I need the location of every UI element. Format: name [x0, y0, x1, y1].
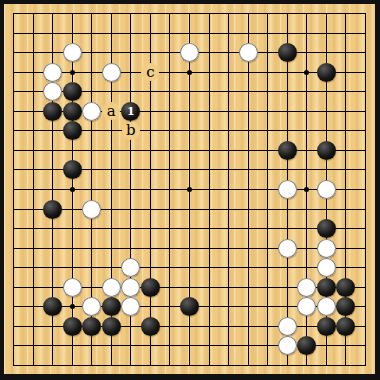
intersection[interactable] [199, 336, 219, 356]
intersection[interactable] [82, 62, 102, 82]
intersection[interactable] [278, 238, 298, 258]
intersection[interactable] [23, 297, 43, 317]
intersection[interactable] [356, 297, 375, 317]
intersection[interactable] [278, 317, 298, 337]
intersection[interactable] [43, 336, 63, 356]
intersection[interactable] [278, 141, 298, 161]
intersection[interactable] [317, 23, 337, 43]
intersection[interactable] [278, 356, 298, 374]
intersection[interactable] [160, 199, 180, 219]
intersection[interactable]: b [121, 121, 141, 141]
intersection[interactable] [23, 4, 43, 23]
intersection[interactable] [336, 356, 356, 374]
intersection[interactable] [141, 258, 161, 278]
intersection[interactable] [317, 4, 337, 23]
intersection[interactable] [141, 43, 161, 63]
intersection[interactable] [258, 278, 278, 298]
intersection[interactable] [219, 278, 239, 298]
intersection[interactable] [62, 121, 82, 141]
intersection[interactable] [23, 62, 43, 82]
intersection[interactable] [141, 356, 161, 374]
intersection[interactable] [238, 121, 258, 141]
intersection[interactable] [258, 356, 278, 374]
intersection[interactable] [121, 238, 141, 258]
intersection[interactable] [4, 4, 23, 23]
intersection[interactable] [4, 101, 23, 121]
intersection[interactable] [23, 141, 43, 161]
intersection[interactable] [62, 317, 82, 337]
intersection[interactable] [141, 219, 161, 239]
intersection[interactable] [23, 199, 43, 219]
intersection[interactable] [180, 82, 200, 102]
intersection[interactable] [219, 297, 239, 317]
intersection[interactable] [141, 121, 161, 141]
intersection[interactable] [219, 121, 239, 141]
intersection[interactable] [101, 141, 121, 161]
intersection[interactable] [278, 62, 298, 82]
intersection[interactable] [180, 238, 200, 258]
intersection[interactable] [356, 23, 375, 43]
intersection[interactable] [82, 82, 102, 102]
intersection[interactable] [121, 219, 141, 239]
intersection[interactable] [82, 121, 102, 141]
intersection[interactable] [199, 258, 219, 278]
intersection[interactable] [356, 238, 375, 258]
intersection[interactable] [82, 258, 102, 278]
intersection[interactable] [141, 82, 161, 102]
intersection[interactable] [62, 4, 82, 23]
intersection[interactable] [356, 219, 375, 239]
intersection[interactable] [297, 141, 317, 161]
intersection[interactable] [4, 238, 23, 258]
intersection[interactable] [62, 199, 82, 219]
intersection[interactable] [356, 317, 375, 337]
intersection[interactable] [160, 336, 180, 356]
intersection[interactable] [43, 62, 63, 82]
intersection[interactable] [82, 297, 102, 317]
intersection[interactable] [180, 121, 200, 141]
intersection[interactable] [356, 278, 375, 298]
intersection[interactable] [43, 317, 63, 337]
intersection[interactable] [101, 43, 121, 63]
intersection[interactable] [4, 199, 23, 219]
intersection[interactable] [101, 62, 121, 82]
intersection[interactable] [82, 180, 102, 200]
intersection[interactable] [43, 180, 63, 200]
intersection[interactable] [297, 258, 317, 278]
intersection[interactable] [297, 219, 317, 239]
intersection[interactable] [238, 4, 258, 23]
intersection[interactable] [4, 141, 23, 161]
intersection[interactable] [4, 160, 23, 180]
intersection[interactable] [4, 219, 23, 239]
intersection[interactable] [317, 101, 337, 121]
intersection[interactable] [23, 317, 43, 337]
intersection[interactable] [317, 62, 337, 82]
intersection[interactable] [101, 336, 121, 356]
intersection[interactable] [121, 82, 141, 102]
intersection[interactable] [317, 43, 337, 63]
intersection[interactable] [219, 82, 239, 102]
intersection[interactable] [238, 62, 258, 82]
intersection[interactable] [62, 356, 82, 374]
intersection[interactable] [23, 43, 43, 63]
intersection[interactable] [121, 297, 141, 317]
intersection[interactable] [199, 199, 219, 219]
intersection[interactable] [297, 180, 317, 200]
intersection[interactable] [356, 141, 375, 161]
intersection[interactable] [160, 82, 180, 102]
intersection[interactable] [238, 43, 258, 63]
intersection[interactable] [238, 356, 258, 374]
intersection[interactable] [180, 62, 200, 82]
intersection[interactable] [101, 278, 121, 298]
intersection[interactable] [336, 278, 356, 298]
intersection[interactable] [62, 160, 82, 180]
intersection[interactable]: 1 [121, 101, 141, 121]
intersection[interactable] [62, 219, 82, 239]
intersection[interactable] [160, 219, 180, 239]
intersection[interactable] [121, 278, 141, 298]
intersection[interactable] [317, 160, 337, 180]
intersection[interactable] [219, 317, 239, 337]
intersection[interactable] [278, 43, 298, 63]
intersection[interactable] [62, 297, 82, 317]
intersection[interactable] [4, 121, 23, 141]
intersection[interactable] [62, 141, 82, 161]
intersection[interactable] [4, 23, 23, 43]
intersection[interactable] [141, 101, 161, 121]
intersection[interactable] [238, 219, 258, 239]
intersection[interactable] [141, 278, 161, 298]
intersection[interactable] [101, 23, 121, 43]
intersection[interactable] [43, 121, 63, 141]
intersection[interactable] [4, 317, 23, 337]
intersection[interactable] [23, 121, 43, 141]
intersection[interactable] [297, 43, 317, 63]
intersection[interactable] [317, 336, 337, 356]
intersection[interactable] [356, 82, 375, 102]
intersection[interactable] [258, 238, 278, 258]
intersection[interactable] [43, 141, 63, 161]
intersection[interactable] [23, 258, 43, 278]
intersection[interactable] [43, 297, 63, 317]
intersection[interactable] [141, 336, 161, 356]
intersection[interactable] [23, 23, 43, 43]
intersection[interactable] [199, 101, 219, 121]
intersection[interactable] [43, 258, 63, 278]
intersection[interactable] [297, 238, 317, 258]
intersection[interactable] [160, 121, 180, 141]
intersection[interactable] [238, 180, 258, 200]
intersection[interactable] [141, 23, 161, 43]
intersection[interactable] [356, 43, 375, 63]
intersection[interactable] [199, 180, 219, 200]
intersection[interactable] [23, 356, 43, 374]
intersection[interactable] [238, 297, 258, 317]
intersection[interactable] [258, 62, 278, 82]
intersection[interactable] [219, 141, 239, 161]
intersection[interactable] [101, 317, 121, 337]
intersection[interactable] [82, 336, 102, 356]
intersection[interactable] [336, 317, 356, 337]
intersection[interactable] [101, 238, 121, 258]
intersection[interactable] [121, 336, 141, 356]
intersection[interactable] [180, 199, 200, 219]
intersection[interactable] [219, 43, 239, 63]
intersection[interactable] [199, 238, 219, 258]
intersection[interactable] [62, 238, 82, 258]
intersection[interactable] [317, 356, 337, 374]
intersection[interactable] [121, 4, 141, 23]
intersection[interactable] [219, 62, 239, 82]
intersection[interactable] [336, 101, 356, 121]
intersection[interactable] [180, 141, 200, 161]
intersection[interactable] [82, 219, 102, 239]
intersection[interactable] [317, 121, 337, 141]
intersection[interactable] [43, 101, 63, 121]
intersection[interactable] [297, 101, 317, 121]
intersection[interactable] [160, 101, 180, 121]
intersection[interactable] [141, 238, 161, 258]
intersection[interactable] [160, 297, 180, 317]
intersection[interactable] [62, 43, 82, 63]
intersection[interactable] [4, 82, 23, 102]
intersection[interactable] [82, 278, 102, 298]
intersection[interactable] [219, 23, 239, 43]
intersection[interactable] [199, 356, 219, 374]
intersection[interactable] [4, 43, 23, 63]
intersection[interactable] [238, 160, 258, 180]
intersection[interactable] [317, 317, 337, 337]
intersection[interactable] [317, 141, 337, 161]
intersection[interactable] [121, 160, 141, 180]
intersection[interactable] [278, 297, 298, 317]
intersection[interactable] [356, 199, 375, 219]
intersection[interactable] [160, 62, 180, 82]
intersection[interactable] [297, 23, 317, 43]
intersection[interactable] [278, 180, 298, 200]
intersection[interactable] [336, 43, 356, 63]
intersection[interactable] [43, 199, 63, 219]
intersection[interactable] [23, 160, 43, 180]
intersection[interactable] [82, 238, 102, 258]
intersection[interactable] [23, 180, 43, 200]
intersection[interactable] [219, 180, 239, 200]
intersection[interactable] [336, 121, 356, 141]
intersection[interactable] [4, 297, 23, 317]
intersection[interactable] [278, 82, 298, 102]
intersection[interactable] [141, 141, 161, 161]
intersection[interactable] [141, 4, 161, 23]
intersection[interactable] [278, 199, 298, 219]
intersection[interactable] [180, 297, 200, 317]
intersection[interactable] [199, 141, 219, 161]
intersection[interactable] [356, 121, 375, 141]
intersection[interactable] [336, 219, 356, 239]
intersection[interactable] [238, 317, 258, 337]
intersection[interactable] [160, 238, 180, 258]
intersection[interactable] [238, 101, 258, 121]
intersection[interactable] [101, 160, 121, 180]
intersection[interactable] [238, 23, 258, 43]
intersection[interactable] [160, 180, 180, 200]
intersection[interactable] [278, 258, 298, 278]
intersection[interactable] [43, 82, 63, 102]
intersection[interactable] [336, 141, 356, 161]
intersection[interactable] [199, 62, 219, 82]
intersection[interactable] [160, 23, 180, 43]
intersection[interactable] [141, 199, 161, 219]
intersection[interactable] [82, 160, 102, 180]
intersection[interactable] [317, 258, 337, 278]
intersection[interactable] [180, 356, 200, 374]
intersection[interactable] [82, 317, 102, 337]
intersection[interactable]: c [141, 62, 161, 82]
intersection[interactable] [23, 238, 43, 258]
intersection[interactable] [121, 43, 141, 63]
intersection[interactable] [43, 4, 63, 23]
intersection[interactable] [336, 180, 356, 200]
intersection[interactable] [199, 4, 219, 23]
intersection[interactable] [356, 62, 375, 82]
intersection[interactable] [4, 62, 23, 82]
intersection[interactable] [23, 101, 43, 121]
intersection[interactable] [219, 4, 239, 23]
intersection[interactable] [199, 43, 219, 63]
intersection[interactable] [121, 180, 141, 200]
intersection[interactable] [278, 101, 298, 121]
intersection[interactable] [121, 141, 141, 161]
intersection[interactable] [258, 101, 278, 121]
intersection[interactable] [336, 160, 356, 180]
intersection[interactable] [82, 356, 102, 374]
intersection[interactable] [258, 23, 278, 43]
intersection[interactable] [278, 278, 298, 298]
intersection[interactable] [160, 258, 180, 278]
intersection[interactable] [317, 180, 337, 200]
intersection[interactable] [336, 297, 356, 317]
intersection[interactable] [356, 356, 375, 374]
intersection[interactable] [101, 297, 121, 317]
intersection[interactable] [121, 258, 141, 278]
intersection[interactable] [43, 43, 63, 63]
intersection[interactable] [317, 278, 337, 298]
intersection[interactable] [62, 23, 82, 43]
intersection[interactable] [336, 336, 356, 356]
intersection[interactable] [121, 199, 141, 219]
intersection[interactable] [82, 23, 102, 43]
intersection[interactable] [160, 141, 180, 161]
intersection[interactable] [82, 101, 102, 121]
intersection[interactable] [43, 23, 63, 43]
intersection[interactable] [62, 258, 82, 278]
intersection[interactable] [278, 336, 298, 356]
intersection[interactable] [317, 199, 337, 219]
intersection[interactable] [199, 121, 219, 141]
intersection[interactable] [199, 278, 219, 298]
intersection[interactable] [199, 82, 219, 102]
intersection[interactable] [336, 4, 356, 23]
intersection[interactable] [219, 258, 239, 278]
intersection[interactable] [297, 4, 317, 23]
intersection[interactable] [180, 160, 200, 180]
intersection[interactable] [356, 258, 375, 278]
intersection[interactable] [297, 356, 317, 374]
intersection[interactable] [101, 4, 121, 23]
intersection[interactable] [199, 23, 219, 43]
intersection[interactable] [336, 238, 356, 258]
intersection[interactable] [101, 180, 121, 200]
intersection[interactable] [278, 219, 298, 239]
intersection[interactable] [336, 23, 356, 43]
intersection[interactable] [317, 238, 337, 258]
intersection[interactable] [4, 336, 23, 356]
intersection[interactable] [23, 336, 43, 356]
intersection[interactable] [62, 180, 82, 200]
intersection[interactable] [82, 43, 102, 63]
intersection[interactable] [258, 297, 278, 317]
intersection[interactable] [258, 43, 278, 63]
intersection[interactable] [336, 82, 356, 102]
intersection[interactable] [199, 297, 219, 317]
intersection[interactable] [23, 82, 43, 102]
intersection[interactable]: a [101, 101, 121, 121]
intersection[interactable] [160, 317, 180, 337]
intersection[interactable] [101, 82, 121, 102]
intersection[interactable] [238, 258, 258, 278]
intersection[interactable] [297, 199, 317, 219]
intersection[interactable] [23, 219, 43, 239]
intersection[interactable] [219, 336, 239, 356]
intersection[interactable] [82, 4, 102, 23]
intersection[interactable] [101, 199, 121, 219]
intersection[interactable] [258, 121, 278, 141]
intersection[interactable] [278, 23, 298, 43]
intersection[interactable] [258, 317, 278, 337]
intersection[interactable] [180, 4, 200, 23]
intersection[interactable] [160, 278, 180, 298]
intersection[interactable] [180, 23, 200, 43]
intersection[interactable] [43, 356, 63, 374]
intersection[interactable] [141, 180, 161, 200]
intersection[interactable] [356, 160, 375, 180]
intersection[interactable] [238, 199, 258, 219]
intersection[interactable] [317, 219, 337, 239]
intersection[interactable] [317, 82, 337, 102]
intersection[interactable] [62, 336, 82, 356]
intersection[interactable] [199, 219, 219, 239]
intersection[interactable] [336, 199, 356, 219]
intersection[interactable] [4, 180, 23, 200]
intersection[interactable] [219, 219, 239, 239]
intersection[interactable] [141, 317, 161, 337]
intersection[interactable] [258, 141, 278, 161]
intersection[interactable] [219, 238, 239, 258]
intersection[interactable] [4, 278, 23, 298]
intersection[interactable] [62, 62, 82, 82]
intersection[interactable] [4, 258, 23, 278]
intersection[interactable] [278, 160, 298, 180]
intersection[interactable] [336, 258, 356, 278]
intersection[interactable] [297, 336, 317, 356]
intersection[interactable] [258, 4, 278, 23]
intersection[interactable] [297, 160, 317, 180]
intersection[interactable] [258, 82, 278, 102]
intersection[interactable] [297, 62, 317, 82]
intersection[interactable] [101, 258, 121, 278]
intersection[interactable] [356, 180, 375, 200]
